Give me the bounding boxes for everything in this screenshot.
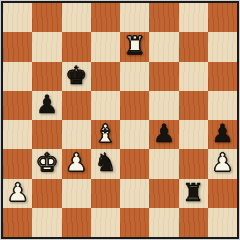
square-b2[interactable]: [32, 179, 61, 208]
square-e4[interactable]: [120, 120, 149, 149]
square-g8[interactable]: [179, 3, 208, 32]
square-b4[interactable]: [32, 120, 61, 149]
square-a2[interactable]: ♟: [3, 179, 32, 208]
white-king-icon: ♚: [36, 150, 58, 175]
white-pawn-icon: ♟: [6, 180, 28, 205]
square-d7[interactable]: [91, 32, 120, 61]
black-pawn-icon: ♟: [36, 92, 58, 117]
square-h7[interactable]: [208, 32, 237, 61]
square-b6[interactable]: [32, 62, 61, 91]
square-a6[interactable]: [3, 62, 32, 91]
square-g5[interactable]: [179, 91, 208, 120]
square-e7[interactable]: ♜: [120, 32, 149, 61]
square-h5[interactable]: [208, 91, 237, 120]
square-a7[interactable]: [3, 32, 32, 61]
black-pawn-icon: ♟: [153, 121, 175, 146]
square-h1[interactable]: [208, 208, 237, 237]
square-b3[interactable]: ♚: [32, 149, 61, 178]
square-h8[interactable]: [208, 3, 237, 32]
square-h4[interactable]: ♟: [208, 120, 237, 149]
square-g2[interactable]: ♜: [179, 179, 208, 208]
square-g7[interactable]: [179, 32, 208, 61]
white-pawn-icon: ♟: [65, 150, 87, 175]
white-bishop-icon: ♝: [94, 121, 116, 146]
square-g1[interactable]: [179, 208, 208, 237]
square-f1[interactable]: [149, 208, 178, 237]
square-e3[interactable]: [120, 149, 149, 178]
square-g6[interactable]: [179, 62, 208, 91]
square-c5[interactable]: [62, 91, 91, 120]
square-f3[interactable]: [149, 149, 178, 178]
square-f8[interactable]: [149, 3, 178, 32]
square-f6[interactable]: [149, 62, 178, 91]
square-h2[interactable]: [208, 179, 237, 208]
square-e1[interactable]: [120, 208, 149, 237]
square-g3[interactable]: [179, 149, 208, 178]
square-c7[interactable]: [62, 32, 91, 61]
square-f7[interactable]: [149, 32, 178, 61]
square-e6[interactable]: [120, 62, 149, 91]
square-a5[interactable]: [3, 91, 32, 120]
square-c8[interactable]: [62, 3, 91, 32]
white-rook-icon: ♜: [123, 33, 145, 58]
square-d1[interactable]: [91, 208, 120, 237]
square-d8[interactable]: [91, 3, 120, 32]
square-a1[interactable]: [3, 208, 32, 237]
square-b5[interactable]: ♟: [32, 91, 61, 120]
square-f4[interactable]: ♟: [149, 120, 178, 149]
square-b8[interactable]: [32, 3, 61, 32]
square-f2[interactable]: [149, 179, 178, 208]
square-d5[interactable]: [91, 91, 120, 120]
square-b1[interactable]: [32, 208, 61, 237]
square-g4[interactable]: [179, 120, 208, 149]
chess-board: ♜♚♟♝♟♟♚♟♞♟♟♜: [3, 3, 237, 237]
square-h6[interactable]: [208, 62, 237, 91]
black-rook-icon: ♜: [182, 180, 204, 205]
black-pawn-icon: ♟: [211, 121, 233, 146]
square-c4[interactable]: [62, 120, 91, 149]
square-h3[interactable]: ♟: [208, 149, 237, 178]
square-c1[interactable]: [62, 208, 91, 237]
black-knight-icon: ♞: [94, 150, 116, 175]
square-c3[interactable]: ♟: [62, 149, 91, 178]
square-a8[interactable]: [3, 3, 32, 32]
black-king-icon: ♚: [65, 63, 87, 88]
square-d6[interactable]: [91, 62, 120, 91]
square-c6[interactable]: ♚: [62, 62, 91, 91]
square-d2[interactable]: [91, 179, 120, 208]
square-a3[interactable]: [3, 149, 32, 178]
square-a4[interactable]: [3, 120, 32, 149]
square-d4[interactable]: ♝: [91, 120, 120, 149]
square-b7[interactable]: [32, 32, 61, 61]
square-f5[interactable]: [149, 91, 178, 120]
square-e2[interactable]: [120, 179, 149, 208]
square-e8[interactable]: [120, 3, 149, 32]
square-e5[interactable]: [120, 91, 149, 120]
square-c2[interactable]: [62, 179, 91, 208]
square-d3[interactable]: ♞: [91, 149, 120, 178]
chess-board-frame: ♜♚♟♝♟♟♚♟♞♟♟♜: [0, 0, 240, 240]
white-pawn-icon: ♟: [211, 150, 233, 175]
